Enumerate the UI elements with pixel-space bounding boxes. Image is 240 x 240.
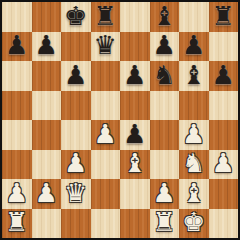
square-e4[interactable]: ♟ <box>120 120 150 150</box>
piece-black-pawn: ♟ <box>64 62 87 88</box>
square-h4[interactable] <box>209 120 239 150</box>
square-d4[interactable]: ♟ <box>91 120 121 150</box>
piece-black-bishop: ♝ <box>153 3 176 29</box>
piece-black-pawn: ♟ <box>123 121 146 147</box>
piece-white-rook: ♜ <box>5 209 28 235</box>
square-h5[interactable] <box>209 91 239 121</box>
piece-white-rook: ♜ <box>153 209 176 235</box>
piece-white-knight: ♞ <box>182 150 205 176</box>
square-h6[interactable]: ♟ <box>209 61 239 91</box>
square-d5[interactable] <box>91 91 121 121</box>
square-a4[interactable] <box>2 120 32 150</box>
piece-white-king: ♚ <box>182 209 205 235</box>
square-e8[interactable] <box>120 2 150 32</box>
square-c5[interactable] <box>61 91 91 121</box>
piece-black-bishop: ♝ <box>182 62 205 88</box>
square-b2[interactable]: ♟ <box>32 179 62 209</box>
square-d8[interactable]: ♜ <box>91 2 121 32</box>
piece-black-pawn: ♟ <box>182 32 205 58</box>
square-f4[interactable] <box>150 120 180 150</box>
square-d7[interactable]: ♛ <box>91 32 121 62</box>
square-b7[interactable]: ♟ <box>32 32 62 62</box>
square-b4[interactable] <box>32 120 62 150</box>
square-a7[interactable]: ♟ <box>2 32 32 62</box>
square-e3[interactable]: ♝ <box>120 150 150 180</box>
square-g5[interactable] <box>179 91 209 121</box>
square-a3[interactable] <box>2 150 32 180</box>
square-a6[interactable] <box>2 61 32 91</box>
square-h7[interactable] <box>209 32 239 62</box>
square-f8[interactable]: ♝ <box>150 2 180 32</box>
square-e7[interactable] <box>120 32 150 62</box>
piece-white-bishop: ♝ <box>182 180 205 206</box>
square-g7[interactable]: ♟ <box>179 32 209 62</box>
piece-black-queen: ♛ <box>94 32 117 58</box>
square-a5[interactable] <box>2 91 32 121</box>
square-h2[interactable] <box>209 179 239 209</box>
square-f3[interactable] <box>150 150 180 180</box>
piece-white-pawn: ♟ <box>182 121 205 147</box>
piece-white-pawn: ♟ <box>94 121 117 147</box>
piece-black-pawn: ♟ <box>123 62 146 88</box>
square-a1[interactable]: ♜ <box>2 209 32 239</box>
chess-board: ♚♜♝♜♟♟♛♟♟♟♟♞♝♟♟♟♟♟♝♞♟♟♟♛♟♝♜♜♚ <box>0 0 240 240</box>
piece-black-knight: ♞ <box>153 62 176 88</box>
square-d3[interactable] <box>91 150 121 180</box>
square-d2[interactable] <box>91 179 121 209</box>
square-c3[interactable]: ♟ <box>61 150 91 180</box>
square-c7[interactable] <box>61 32 91 62</box>
square-f7[interactable]: ♟ <box>150 32 180 62</box>
square-g4[interactable]: ♟ <box>179 120 209 150</box>
piece-black-pawn: ♟ <box>153 32 176 58</box>
square-e1[interactable] <box>120 209 150 239</box>
square-g1[interactable]: ♚ <box>179 209 209 239</box>
piece-black-rook: ♜ <box>212 3 235 29</box>
piece-white-pawn: ♟ <box>35 180 58 206</box>
square-d1[interactable] <box>91 209 121 239</box>
piece-black-king: ♚ <box>64 3 87 29</box>
square-e5[interactable] <box>120 91 150 121</box>
square-c4[interactable] <box>61 120 91 150</box>
piece-black-pawn: ♟ <box>35 32 58 58</box>
piece-white-pawn: ♟ <box>5 180 28 206</box>
square-b5[interactable] <box>32 91 62 121</box>
square-a2[interactable]: ♟ <box>2 179 32 209</box>
square-f6[interactable]: ♞ <box>150 61 180 91</box>
square-c2[interactable]: ♛ <box>61 179 91 209</box>
square-b6[interactable] <box>32 61 62 91</box>
square-g8[interactable] <box>179 2 209 32</box>
square-g3[interactable]: ♞ <box>179 150 209 180</box>
square-f5[interactable] <box>150 91 180 121</box>
square-e6[interactable]: ♟ <box>120 61 150 91</box>
square-h1[interactable] <box>209 209 239 239</box>
square-h8[interactable]: ♜ <box>209 2 239 32</box>
square-g6[interactable]: ♝ <box>179 61 209 91</box>
square-e2[interactable] <box>120 179 150 209</box>
piece-white-pawn: ♟ <box>153 180 176 206</box>
square-c8[interactable]: ♚ <box>61 2 91 32</box>
square-f2[interactable]: ♟ <box>150 179 180 209</box>
square-f1[interactable]: ♜ <box>150 209 180 239</box>
square-b1[interactable] <box>32 209 62 239</box>
board-grid: ♚♜♝♜♟♟♛♟♟♟♟♞♝♟♟♟♟♟♝♞♟♟♟♛♟♝♜♜♚ <box>2 2 238 238</box>
piece-white-pawn: ♟ <box>212 150 235 176</box>
square-c1[interactable] <box>61 209 91 239</box>
square-h3[interactable]: ♟ <box>209 150 239 180</box>
piece-white-queen: ♛ <box>64 180 87 206</box>
square-a8[interactable] <box>2 2 32 32</box>
piece-white-bishop: ♝ <box>123 150 146 176</box>
piece-black-rook: ♜ <box>94 3 117 29</box>
square-g2[interactable]: ♝ <box>179 179 209 209</box>
square-b8[interactable] <box>32 2 62 32</box>
piece-black-pawn: ♟ <box>212 62 235 88</box>
square-b3[interactable] <box>32 150 62 180</box>
square-d6[interactable] <box>91 61 121 91</box>
square-c6[interactable]: ♟ <box>61 61 91 91</box>
piece-white-pawn: ♟ <box>64 150 87 176</box>
piece-black-pawn: ♟ <box>5 32 28 58</box>
